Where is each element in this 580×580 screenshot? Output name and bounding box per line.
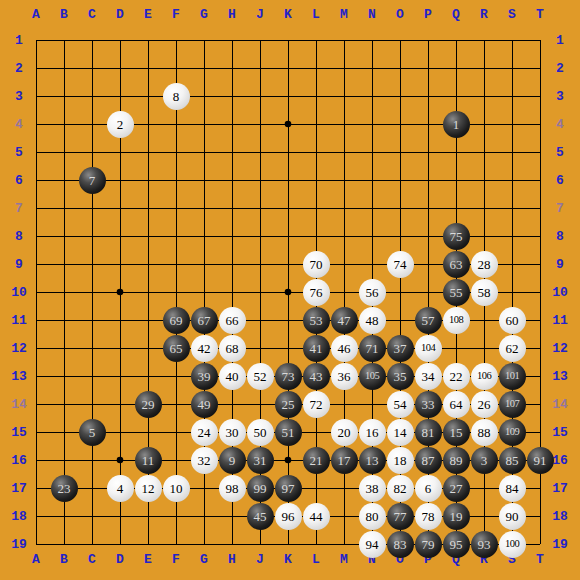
move-number: 6 <box>425 482 432 495</box>
column-label-d[interactable]: D <box>106 4 134 24</box>
move-number: 1 <box>453 118 460 131</box>
move-number: 90 <box>506 510 519 523</box>
stone-black-25-k14: 25 <box>275 391 302 418</box>
stone-white-12-e17: 12 <box>135 475 162 502</box>
stone-black-29-e14: 29 <box>135 391 162 418</box>
stone-white-58-r10: 58 <box>471 279 498 306</box>
move-number: 69 <box>170 314 183 327</box>
move-number: 13 <box>366 454 379 467</box>
move-number: 55 <box>450 286 463 299</box>
move-number: 91 <box>534 454 547 467</box>
move-number: 19 <box>450 510 463 523</box>
stone-black-11-e16: 11 <box>135 447 162 474</box>
stone-white-56-n10: 56 <box>359 279 386 306</box>
stone-black-87-p16: 87 <box>415 447 442 474</box>
move-number: 79 <box>422 538 435 551</box>
move-number: 51 <box>282 426 295 439</box>
move-number: 54 <box>394 398 407 411</box>
move-number: 23 <box>58 482 71 495</box>
move-number: 44 <box>310 510 323 523</box>
move-number: 36 <box>338 370 351 383</box>
stone-white-78-p18: 78 <box>415 503 442 530</box>
stone-black-15-q15: 15 <box>443 419 470 446</box>
column-label-m[interactable]: M <box>330 4 358 24</box>
stone-black-47-m11: 47 <box>331 307 358 334</box>
move-number: 82 <box>394 482 407 495</box>
column-label-k[interactable]: K <box>274 4 302 24</box>
stone-white-108-q11: 108 <box>443 307 470 334</box>
move-number: 7 <box>89 174 96 187</box>
column-label-p[interactable]: P <box>414 4 442 24</box>
stone-black-83-o19: 83 <box>387 531 414 558</box>
stone-white-2-d4: 2 <box>107 111 134 138</box>
column-label-s[interactable]: S <box>498 4 526 24</box>
stone-white-66-h11: 66 <box>219 307 246 334</box>
move-number: 70 <box>310 258 323 271</box>
column-label-l[interactable]: L <box>302 4 330 24</box>
move-number: 94 <box>366 538 379 551</box>
move-number: 88 <box>478 426 491 439</box>
move-number: 85 <box>506 454 519 467</box>
stone-black-33-p14: 33 <box>415 391 442 418</box>
move-number: 39 <box>198 370 211 383</box>
move-number: 50 <box>254 426 267 439</box>
stone-black-19-q18: 19 <box>443 503 470 530</box>
stones-layer: 1234567891011121314151617181920212223242… <box>22 26 554 558</box>
move-number: 32 <box>198 454 211 467</box>
stone-black-7-c6: 7 <box>79 167 106 194</box>
stone-black-41-l12: 41 <box>303 335 330 362</box>
move-number: 12 <box>142 482 155 495</box>
stone-white-28-r9: 28 <box>471 251 498 278</box>
stone-black-71-n12: 71 <box>359 335 386 362</box>
move-number: 33 <box>422 398 435 411</box>
move-number: 84 <box>506 482 519 495</box>
move-number: 53 <box>310 314 323 327</box>
move-number: 29 <box>142 398 155 411</box>
move-number: 64 <box>450 398 463 411</box>
move-number: 78 <box>422 510 435 523</box>
column-label-n[interactable]: N <box>358 4 386 24</box>
move-number: 31 <box>254 454 267 467</box>
stone-white-98-h17: 98 <box>219 475 246 502</box>
stone-white-42-g12: 42 <box>191 335 218 362</box>
move-number: 104 <box>421 343 435 354</box>
move-number: 75 <box>450 230 463 243</box>
column-label-o[interactable]: O <box>386 4 414 24</box>
stone-black-49-g14: 49 <box>191 391 218 418</box>
stone-black-97-k17: 97 <box>275 475 302 502</box>
move-number: 47 <box>338 314 351 327</box>
move-number: 28 <box>478 258 491 271</box>
stone-white-16-n15: 16 <box>359 419 386 446</box>
move-number: 43 <box>310 370 323 383</box>
move-number: 21 <box>310 454 323 467</box>
move-number: 100 <box>505 539 519 550</box>
stone-white-50-j15: 50 <box>247 419 274 446</box>
stone-black-105-n13: 105 <box>359 363 386 390</box>
stone-white-36-m13: 36 <box>331 363 358 390</box>
stone-white-68-h12: 68 <box>219 335 246 362</box>
move-number: 41 <box>310 342 323 355</box>
stone-white-90-s18: 90 <box>499 503 526 530</box>
stone-black-101-s13: 101 <box>499 363 526 390</box>
move-number: 95 <box>450 538 463 551</box>
stone-black-5-c15: 5 <box>79 419 106 446</box>
move-number: 77 <box>394 510 407 523</box>
move-number: 3 <box>481 454 488 467</box>
move-number: 57 <box>422 314 435 327</box>
move-number: 14 <box>394 426 407 439</box>
column-label-j[interactable]: J <box>246 4 274 24</box>
column-label-q[interactable]: Q <box>442 4 470 24</box>
move-number: 40 <box>226 370 239 383</box>
move-number: 106 <box>477 371 491 382</box>
move-number: 66 <box>226 314 239 327</box>
stone-white-6-p17: 6 <box>415 475 442 502</box>
move-number: 49 <box>198 398 211 411</box>
move-number: 109 <box>505 427 519 438</box>
stone-black-73-k13: 73 <box>275 363 302 390</box>
column-label-a[interactable]: A <box>22 4 50 24</box>
stone-black-39-g13: 39 <box>191 363 218 390</box>
move-number: 101 <box>505 371 519 382</box>
move-number: 87 <box>422 454 435 467</box>
column-label-r[interactable]: R <box>470 4 498 24</box>
stone-black-79-p19: 79 <box>415 531 442 558</box>
stone-black-53-l11: 53 <box>303 307 330 334</box>
move-number: 37 <box>394 342 407 355</box>
stone-white-88-r15: 88 <box>471 419 498 446</box>
move-number: 96 <box>282 510 295 523</box>
stone-white-34-p13: 34 <box>415 363 442 390</box>
stone-black-9-h16: 9 <box>219 447 246 474</box>
move-number: 60 <box>506 314 519 327</box>
stone-white-62-s12: 62 <box>499 335 526 362</box>
go-board: ABCDEFGHJKLMNOPQRST ABCDEFGHJKLMNOPQRST … <box>0 0 580 580</box>
stone-black-93-r19: 93 <box>471 531 498 558</box>
move-number: 10 <box>170 482 183 495</box>
stone-black-17-m16: 17 <box>331 447 358 474</box>
stone-white-64-q14: 64 <box>443 391 470 418</box>
move-number: 73 <box>282 370 295 383</box>
move-number: 34 <box>422 370 435 383</box>
stone-white-14-o15: 14 <box>387 419 414 446</box>
column-label-c[interactable]: C <box>78 4 106 24</box>
column-label-f[interactable]: F <box>162 4 190 24</box>
stone-black-67-g11: 67 <box>191 307 218 334</box>
move-number: 72 <box>310 398 323 411</box>
move-number: 26 <box>478 398 491 411</box>
move-number: 4 <box>117 482 124 495</box>
move-number: 2 <box>117 118 124 131</box>
move-number: 11 <box>142 454 155 467</box>
stone-white-100-s19: 100 <box>499 531 526 558</box>
stone-black-23-b17: 23 <box>51 475 78 502</box>
stone-white-72-l14: 72 <box>303 391 330 418</box>
move-number: 83 <box>394 538 407 551</box>
column-label-g[interactable]: G <box>190 4 218 24</box>
move-number: 68 <box>226 342 239 355</box>
stone-white-80-n18: 80 <box>359 503 386 530</box>
stone-white-46-m12: 46 <box>331 335 358 362</box>
stone-white-8-f3: 8 <box>163 83 190 110</box>
move-number: 46 <box>338 342 351 355</box>
stone-black-55-q10: 55 <box>443 279 470 306</box>
stone-white-52-j13: 52 <box>247 363 274 390</box>
move-number: 16 <box>366 426 379 439</box>
move-number: 42 <box>198 342 211 355</box>
move-number: 18 <box>394 454 407 467</box>
move-number: 80 <box>366 510 379 523</box>
stone-white-48-n11: 48 <box>359 307 386 334</box>
move-number: 65 <box>170 342 183 355</box>
stone-black-63-q9: 63 <box>443 251 470 278</box>
stone-white-70-l9: 70 <box>303 251 330 278</box>
stone-white-94-n19: 94 <box>359 531 386 558</box>
stone-black-95-q19: 95 <box>443 531 470 558</box>
stone-white-32-g16: 32 <box>191 447 218 474</box>
stone-white-40-h13: 40 <box>219 363 246 390</box>
stone-black-1-q4: 1 <box>443 111 470 138</box>
stone-white-24-g15: 24 <box>191 419 218 446</box>
move-number: 62 <box>506 342 519 355</box>
move-number: 45 <box>254 510 267 523</box>
move-number: 20 <box>338 426 351 439</box>
move-number: 67 <box>198 314 211 327</box>
move-number: 71 <box>366 342 379 355</box>
stone-white-96-k18: 96 <box>275 503 302 530</box>
move-number: 99 <box>254 482 267 495</box>
move-number: 81 <box>422 426 435 439</box>
move-number: 89 <box>450 454 463 467</box>
move-number: 30 <box>226 426 239 439</box>
stone-white-104-p12: 104 <box>415 335 442 362</box>
stone-white-20-m15: 20 <box>331 419 358 446</box>
move-number: 35 <box>394 370 407 383</box>
stone-black-51-k15: 51 <box>275 419 302 446</box>
move-number: 27 <box>450 482 463 495</box>
stone-black-37-o12: 37 <box>387 335 414 362</box>
stone-black-69-f11: 69 <box>163 307 190 334</box>
stone-white-26-r14: 26 <box>471 391 498 418</box>
stone-black-27-q17: 27 <box>443 475 470 502</box>
move-number: 107 <box>505 399 519 410</box>
column-label-t[interactable]: T <box>526 4 554 24</box>
stone-black-65-f12: 65 <box>163 335 190 362</box>
move-number: 52 <box>254 370 267 383</box>
stone-black-57-p11: 57 <box>415 307 442 334</box>
move-number: 8 <box>173 90 180 103</box>
stone-black-31-j16: 31 <box>247 447 274 474</box>
column-labels-top: ABCDEFGHJKLMNOPQRST <box>22 4 554 24</box>
stone-black-35-o13: 35 <box>387 363 414 390</box>
move-number: 22 <box>450 370 463 383</box>
move-number: 93 <box>478 538 491 551</box>
move-number: 25 <box>282 398 295 411</box>
stone-white-82-o17: 82 <box>387 475 414 502</box>
go-kifu-page: { "game": "go", "board": { "size": 19, "… <box>0 0 580 580</box>
move-number: 56 <box>366 286 379 299</box>
stone-black-91-t16: 91 <box>527 447 554 474</box>
stone-black-89-q16: 89 <box>443 447 470 474</box>
stone-white-4-d17: 4 <box>107 475 134 502</box>
stone-black-109-s15: 109 <box>499 419 526 446</box>
stone-white-30-h15: 30 <box>219 419 246 446</box>
stone-black-43-l13: 43 <box>303 363 330 390</box>
stone-white-74-o9: 74 <box>387 251 414 278</box>
move-number: 58 <box>478 286 491 299</box>
stone-white-54-o14: 54 <box>387 391 414 418</box>
move-number: 9 <box>229 454 236 467</box>
stone-black-13-n16: 13 <box>359 447 386 474</box>
move-number: 15 <box>450 426 463 439</box>
stone-black-75-q8: 75 <box>443 223 470 250</box>
move-number: 105 <box>365 371 379 382</box>
move-number: 38 <box>366 482 379 495</box>
move-number: 76 <box>310 286 323 299</box>
stone-black-77-o18: 77 <box>387 503 414 530</box>
stone-white-22-q13: 22 <box>443 363 470 390</box>
stone-black-45-j18: 45 <box>247 503 274 530</box>
stone-black-21-l16: 21 <box>303 447 330 474</box>
stone-white-76-l10: 76 <box>303 279 330 306</box>
move-number: 63 <box>450 258 463 271</box>
stone-black-81-p15: 81 <box>415 419 442 446</box>
stone-white-84-s17: 84 <box>499 475 526 502</box>
stone-black-107-s14: 107 <box>499 391 526 418</box>
move-number: 48 <box>366 314 379 327</box>
column-label-e[interactable]: E <box>134 4 162 24</box>
move-number: 74 <box>394 258 407 271</box>
move-number: 24 <box>198 426 211 439</box>
stone-white-38-n17: 38 <box>359 475 386 502</box>
stone-black-99-j17: 99 <box>247 475 274 502</box>
stone-white-44-l18: 44 <box>303 503 330 530</box>
stone-white-60-s11: 60 <box>499 307 526 334</box>
stone-black-3-r16: 3 <box>471 447 498 474</box>
move-number: 97 <box>282 482 295 495</box>
move-number: 98 <box>226 482 239 495</box>
column-label-b[interactable]: B <box>50 4 78 24</box>
move-number: 108 <box>449 315 463 326</box>
stone-white-18-o16: 18 <box>387 447 414 474</box>
move-number: 17 <box>338 454 351 467</box>
move-number: 5 <box>89 426 96 439</box>
stone-white-10-f17: 10 <box>163 475 190 502</box>
stone-black-85-s16: 85 <box>499 447 526 474</box>
stone-white-106-r13: 106 <box>471 363 498 390</box>
column-label-h[interactable]: H <box>218 4 246 24</box>
